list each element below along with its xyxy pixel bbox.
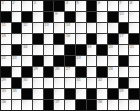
crossword-cell-white[interactable]: 4: [65, 1, 75, 11]
clue-number: 8: [130, 1, 132, 5]
crossword-cell-white[interactable]: [44, 34, 54, 44]
crossword-cell-white[interactable]: [97, 89, 107, 99]
crossword-cell-white[interactable]: 24: [76, 56, 86, 66]
crossword-cell-black: [12, 78, 22, 88]
crossword-cell-white[interactable]: 20: [108, 45, 118, 55]
crossword-cell-white[interactable]: [97, 23, 107, 33]
crossword-cell-black: [119, 78, 129, 88]
crossword-cell-black: [97, 45, 107, 55]
crossword-cell-white[interactable]: [33, 23, 43, 33]
crossword-cell-black: [87, 34, 97, 44]
crossword-cell-white[interactable]: [87, 56, 97, 66]
crossword-grid: 1234567891011121314151617181920212223242…: [0, 0, 140, 111]
crossword-cell-white[interactable]: [76, 89, 86, 99]
crossword-cell-white[interactable]: [65, 100, 75, 110]
crossword-cell-white[interactable]: [76, 34, 86, 44]
crossword-cell-black: [33, 56, 43, 66]
crossword-cell-white[interactable]: 16: [65, 34, 75, 44]
clue-number: 2: [12, 1, 14, 5]
crossword-cell-white[interactable]: [22, 34, 32, 44]
clue-number: 35: [119, 89, 123, 93]
crossword-cell-white[interactable]: 29: [1, 78, 11, 88]
crossword-cell-white[interactable]: [33, 45, 43, 55]
clue-number: 12: [23, 23, 27, 27]
crossword-cell-white[interactable]: [108, 100, 118, 110]
clue-number: 13: [44, 23, 48, 27]
clue-number: 18: [23, 45, 27, 49]
crossword-cell-white[interactable]: [54, 89, 64, 99]
crossword-cell-black: [22, 12, 32, 22]
crossword-cell-white[interactable]: [76, 12, 86, 22]
clue-number: 5: [76, 1, 78, 5]
crossword-cell-white[interactable]: [44, 56, 54, 66]
crossword-cell-white[interactable]: [76, 23, 86, 33]
clue-number: 22: [2, 56, 6, 60]
clue-number: 34: [12, 89, 16, 93]
clue-number: 19: [87, 45, 91, 49]
crossword-cell-white[interactable]: [108, 1, 118, 11]
clue-number: 29: [2, 78, 6, 82]
crossword-cell-white[interactable]: [129, 23, 139, 33]
crossword-cell-white[interactable]: 37: [54, 100, 64, 110]
crossword-cell-black: [65, 12, 75, 22]
crossword-cell-white[interactable]: 8: [129, 1, 139, 11]
crossword-cell-black: [76, 100, 86, 110]
crossword-cell-white[interactable]: 14: [65, 23, 75, 33]
crossword-cell-black: [87, 100, 97, 110]
crossword-cell-white[interactable]: 26: [54, 67, 64, 77]
crossword-cell-white[interactable]: [54, 45, 64, 55]
crossword-cell-black: [108, 12, 118, 22]
crossword-cell-white[interactable]: [33, 100, 43, 110]
clue-number: 33: [2, 89, 6, 93]
crossword-cell-white[interactable]: 30: [22, 78, 32, 88]
crossword-cell-black: [87, 89, 97, 99]
crossword-cell-white[interactable]: 35: [119, 89, 129, 99]
crossword-cell-black: [1, 12, 11, 22]
crossword-cell-white[interactable]: [44, 45, 54, 55]
crossword-cell-black: [76, 45, 86, 55]
crossword-cell-white[interactable]: [65, 78, 75, 88]
crossword-cell-white[interactable]: [54, 78, 64, 88]
clue-number: 21: [130, 45, 134, 49]
crossword-cell-white[interactable]: [119, 100, 129, 110]
clue-number: 3: [34, 1, 36, 5]
crossword-cell-white[interactable]: 27: [65, 67, 75, 77]
crossword-cell-white[interactable]: 6: [97, 1, 107, 11]
crossword-cell-white[interactable]: [54, 23, 64, 33]
crossword-cell-white[interactable]: 34: [12, 89, 22, 99]
crossword-cell-black: [76, 67, 86, 77]
crossword-cell-black: [54, 1, 64, 11]
crossword-cell-white[interactable]: [33, 78, 43, 88]
crossword-cell-black: [44, 89, 54, 99]
crossword-cell-white[interactable]: 11: [1, 23, 11, 33]
crossword-cell-white[interactable]: [129, 12, 139, 22]
crossword-cell-white[interactable]: 36: [1, 100, 11, 110]
crossword-cell-white[interactable]: [108, 56, 118, 66]
crossword-cell-black: [44, 12, 54, 22]
crossword-cell-white[interactable]: [129, 67, 139, 77]
crossword-cell-white[interactable]: [97, 56, 107, 66]
crossword-cell-white[interactable]: 31: [76, 78, 86, 88]
crossword-cell-black: [22, 67, 32, 77]
crossword-cell-black: [119, 23, 129, 33]
crossword-cell-black: [33, 34, 43, 44]
crossword-cell-black: [1, 67, 11, 77]
clue-number: 28: [108, 67, 112, 71]
crossword-cell-white[interactable]: 13: [44, 23, 54, 33]
crossword-cell-black: [44, 67, 54, 77]
crossword-cell-black: [54, 34, 64, 44]
crossword-cell-black: [65, 89, 75, 99]
clue-number: 23: [12, 56, 16, 60]
crossword-cell-black: [12, 23, 22, 33]
crossword-cell-white[interactable]: [87, 23, 97, 33]
crossword-cell-white[interactable]: [12, 100, 22, 110]
crossword-cell-white[interactable]: [108, 23, 118, 33]
clue-number: 27: [66, 67, 70, 71]
crossword-cell-white[interactable]: [22, 100, 32, 110]
crossword-cell-black: [12, 45, 22, 55]
crossword-cell-white[interactable]: [129, 78, 139, 88]
clue-number: 24: [76, 56, 80, 60]
crossword-cell-white[interactable]: 10: [119, 12, 129, 22]
crossword-cell-black: [44, 1, 54, 11]
crossword-cell-white[interactable]: 5: [76, 1, 86, 11]
crossword-cell-white[interactable]: 7: [119, 1, 129, 11]
crossword-cell-white[interactable]: 3: [33, 1, 43, 11]
crossword-cell-white[interactable]: 15: [1, 34, 11, 44]
crossword-cell-white[interactable]: [87, 67, 97, 77]
crossword-cell-white[interactable]: [12, 34, 22, 44]
crossword-cell-black: [119, 56, 129, 66]
crossword-cell-white[interactable]: [1, 45, 11, 55]
crossword-cell-white[interactable]: 28: [108, 67, 118, 77]
crossword-cell-white[interactable]: 23: [12, 56, 22, 66]
clue-number: 1: [2, 1, 4, 5]
clue-number: 32: [98, 78, 102, 82]
clue-number: 25: [34, 67, 38, 71]
clue-number: 20: [108, 45, 112, 49]
crossword-cell-black: [54, 56, 64, 66]
crossword-cell-white[interactable]: [129, 56, 139, 66]
crossword-cell-black: [65, 45, 75, 55]
clue-number: 30: [23, 78, 27, 82]
crossword-cell-white[interactable]: [33, 12, 43, 22]
crossword-cell-white[interactable]: 33: [1, 89, 11, 99]
crossword-cell-white[interactable]: 19: [87, 45, 97, 55]
clue-number: 26: [55, 67, 59, 71]
clue-number: 6: [98, 1, 100, 5]
crossword-cell-white[interactable]: 18: [22, 45, 32, 55]
crossword-cell-white[interactable]: 9: [54, 12, 64, 22]
crossword-cell-white[interactable]: [22, 1, 32, 11]
clue-number: 9: [55, 12, 57, 16]
crossword-cell-white[interactable]: 22: [1, 56, 11, 66]
crossword-cell-black: [97, 67, 107, 77]
clue-number: 17: [119, 34, 123, 38]
crossword-cell-white[interactable]: [12, 67, 22, 77]
crossword-cell-white[interactable]: [129, 100, 139, 110]
crossword-cell-black: [129, 34, 139, 44]
clue-number: 15: [2, 34, 6, 38]
clue-number: 31: [76, 78, 80, 82]
clue-number: 4: [66, 1, 68, 5]
crossword-cell-white[interactable]: 2: [12, 1, 22, 11]
crossword-cell-white[interactable]: 1: [1, 1, 11, 11]
crossword-cell-black: [87, 12, 97, 22]
clue-number: 7: [119, 1, 121, 5]
clue-number: 10: [119, 12, 123, 16]
crossword-cell-white[interactable]: [119, 67, 129, 77]
crossword-cell-white[interactable]: [97, 34, 107, 44]
crossword-cell-white[interactable]: [97, 12, 107, 22]
crossword-cell-black: [65, 56, 75, 66]
crossword-cell-white[interactable]: [87, 78, 97, 88]
crossword-cell-white[interactable]: 17: [119, 34, 129, 44]
crossword-cell-white[interactable]: [108, 78, 118, 88]
clue-number: 37: [55, 100, 59, 104]
clue-number: 11: [2, 23, 6, 27]
crossword-cell-white[interactable]: 38: [97, 100, 107, 110]
crossword-cell-white[interactable]: 21: [129, 45, 139, 55]
crossword-cell-black: [44, 100, 54, 110]
crossword-cell-white[interactable]: [22, 56, 32, 66]
crossword-cell-white[interactable]: [119, 45, 129, 55]
crossword-cell-white[interactable]: [33, 89, 43, 99]
crossword-cell-black: [87, 1, 97, 11]
crossword-cell-white[interactable]: 25: [33, 67, 43, 77]
crossword-cell-white[interactable]: 12: [22, 23, 32, 33]
crossword-cell-black: [108, 34, 118, 44]
crossword-cell-white[interactable]: [44, 78, 54, 88]
clue-number: 38: [98, 100, 102, 104]
clue-number: 36: [2, 100, 6, 104]
crossword-cell-black: [22, 89, 32, 99]
crossword-cell-black: [108, 89, 118, 99]
crossword-cell-black: [129, 89, 139, 99]
clue-number: 14: [66, 23, 70, 27]
crossword-cell-white[interactable]: [12, 12, 22, 22]
crossword-cell-white[interactable]: 32: [97, 78, 107, 88]
clue-number: 16: [66, 34, 70, 38]
